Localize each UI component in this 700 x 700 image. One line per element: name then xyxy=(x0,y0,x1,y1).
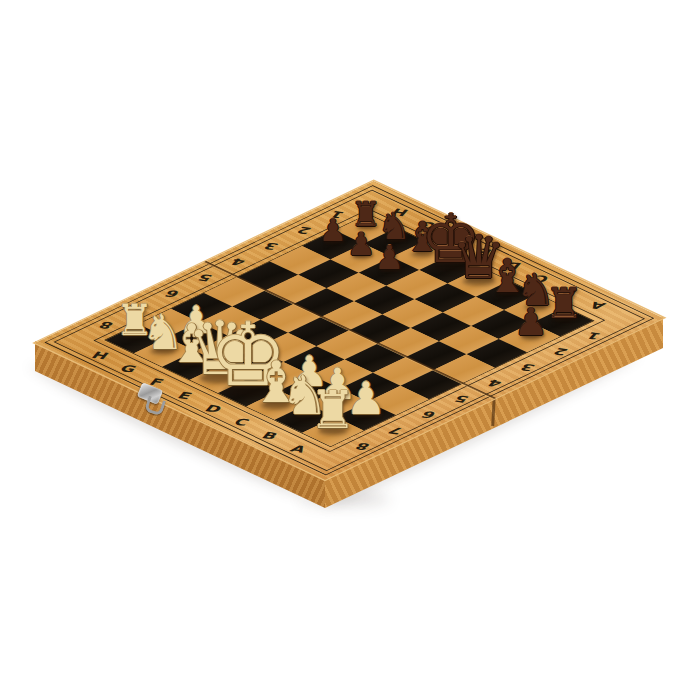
label-front-file-g: G xyxy=(117,363,140,375)
piece-black-pawn-g2[interactable]: ♟ xyxy=(347,228,376,260)
piece-black-pawn-f2[interactable]: ♟ xyxy=(375,240,405,273)
label-left-rank-2: 2 xyxy=(293,225,314,237)
label-right-rank-7: 7 xyxy=(385,425,406,437)
label-right-rank-5: 5 xyxy=(451,393,472,405)
label-front-file-a: A xyxy=(287,443,309,455)
label-front-file-b: B xyxy=(259,430,281,442)
label-left-rank-3: 3 xyxy=(260,240,281,252)
label-right-rank-1: 1 xyxy=(583,330,604,342)
pawn-glyph: ♟ xyxy=(347,228,376,260)
label-front-file-h: H xyxy=(89,349,112,361)
label-right-rank-2: 2 xyxy=(550,346,571,358)
pawn-glyph: ♟ xyxy=(375,240,405,273)
label-right-rank-3: 3 xyxy=(517,362,538,374)
pawn-glyph: ♟ xyxy=(319,216,347,247)
piece-black-pawn-h2[interactable]: ♟ xyxy=(319,216,347,247)
pawn-glyph: ♟ xyxy=(514,303,548,341)
label-left-rank-8: 8 xyxy=(95,319,116,331)
label-left-rank-4: 4 xyxy=(227,256,248,268)
rook-glyph: ♜ xyxy=(310,384,357,436)
label-right-rank-8: 8 xyxy=(352,441,373,453)
label-front-file-c: C xyxy=(231,416,252,428)
rook-glyph: ♜ xyxy=(545,283,583,325)
piece-black-rook-a1[interactable]: ♜ xyxy=(545,283,583,325)
label-far-file-a: A xyxy=(587,300,609,312)
label-right-rank-4: 4 xyxy=(484,377,505,389)
label-right-rank-6: 6 xyxy=(418,409,439,421)
chess-box-photo: AA11BB22CC33DD44EE55FF66GG77HH88 ♜♞♟♝♟♚♟… xyxy=(0,0,700,700)
piece-white-rook-a8[interactable]: ♜ xyxy=(310,384,357,436)
label-front-file-e: E xyxy=(175,390,195,402)
label-left-rank-5: 5 xyxy=(194,272,215,284)
piece-black-pawn-a2[interactable]: ♟ xyxy=(514,303,548,341)
